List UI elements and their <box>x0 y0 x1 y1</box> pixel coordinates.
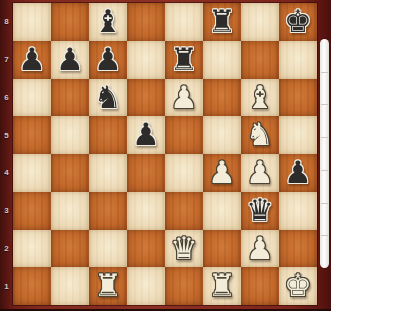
square-e2[interactable]: ♛ <box>165 230 203 268</box>
square-f6[interactable] <box>203 79 241 117</box>
square-c4[interactable] <box>89 154 127 192</box>
square-a7[interactable]: ♟ <box>13 41 51 79</box>
square-d6[interactable] <box>127 79 165 117</box>
square-a2[interactable] <box>13 230 51 268</box>
scrollbar[interactable] <box>320 39 329 268</box>
square-g1[interactable] <box>241 267 279 305</box>
rank-label-5: 5 <box>0 116 13 154</box>
square-b6[interactable] <box>51 79 89 117</box>
square-f2[interactable] <box>203 230 241 268</box>
piece-white-knight-g5[interactable]: ♞ <box>246 116 274 154</box>
square-f3[interactable] <box>203 192 241 230</box>
square-f4[interactable]: ♟ <box>203 154 241 192</box>
square-c1[interactable]: ♜ <box>89 267 127 305</box>
square-g8[interactable] <box>241 3 279 41</box>
scrollbar-tick <box>321 104 328 105</box>
square-b7[interactable]: ♟ <box>51 41 89 79</box>
square-h8[interactable]: ♚ <box>279 3 317 41</box>
piece-black-pawn-d5[interactable]: ♟ <box>132 116 160 154</box>
square-e7[interactable]: ♜ <box>165 41 203 79</box>
square-g4[interactable]: ♟ <box>241 154 279 192</box>
piece-white-pawn-g2[interactable]: ♟ <box>246 230 274 268</box>
square-e8[interactable] <box>165 3 203 41</box>
piece-white-pawn-f4[interactable]: ♟ <box>208 154 236 192</box>
square-c7[interactable]: ♟ <box>89 41 127 79</box>
square-e1[interactable] <box>165 267 203 305</box>
square-b8[interactable] <box>51 3 89 41</box>
square-f8[interactable]: ♜ <box>203 3 241 41</box>
chess-board[interactable]: ♝♜♚♟♟♟♜♞♟♝♟♞♟♟♟♛♛♟♜♜♚ <box>13 3 317 305</box>
square-h1[interactable]: ♚ <box>279 267 317 305</box>
square-h3[interactable] <box>279 192 317 230</box>
square-a4[interactable] <box>13 154 51 192</box>
square-c2[interactable] <box>89 230 127 268</box>
square-c8[interactable]: ♝ <box>89 3 127 41</box>
square-e6[interactable]: ♟ <box>165 79 203 117</box>
square-g2[interactable]: ♟ <box>241 230 279 268</box>
square-h4[interactable]: ♟ <box>279 154 317 192</box>
piece-black-rook-f8[interactable]: ♜ <box>208 3 236 41</box>
square-g6[interactable]: ♝ <box>241 79 279 117</box>
square-f1[interactable]: ♜ <box>203 267 241 305</box>
square-d7[interactable] <box>127 41 165 79</box>
rank-label-1: 1 <box>0 267 13 305</box>
square-a3[interactable] <box>13 192 51 230</box>
scrollbar-tick <box>321 137 328 138</box>
square-a5[interactable] <box>13 116 51 154</box>
piece-black-king-h8[interactable]: ♚ <box>284 3 312 41</box>
square-f7[interactable] <box>203 41 241 79</box>
piece-black-rook-e7[interactable]: ♜ <box>170 41 198 79</box>
square-e5[interactable] <box>165 116 203 154</box>
piece-white-pawn-e6[interactable]: ♟ <box>170 79 198 117</box>
piece-black-bishop-c8[interactable]: ♝ <box>94 3 122 41</box>
square-h2[interactable] <box>279 230 317 268</box>
square-d5[interactable]: ♟ <box>127 116 165 154</box>
scrollbar-tick <box>321 203 328 204</box>
piece-black-pawn-h4[interactable]: ♟ <box>284 154 312 192</box>
square-d2[interactable] <box>127 230 165 268</box>
rank-label-6: 6 <box>0 79 13 117</box>
square-h6[interactable] <box>279 79 317 117</box>
piece-white-bishop-g6[interactable]: ♝ <box>246 79 274 117</box>
piece-white-queen-e2[interactable]: ♛ <box>170 230 198 268</box>
scrollbar-tick <box>321 235 328 236</box>
piece-black-queen-g3[interactable]: ♛ <box>246 192 274 230</box>
square-g5[interactable]: ♞ <box>241 116 279 154</box>
square-b2[interactable] <box>51 230 89 268</box>
square-b5[interactable] <box>51 116 89 154</box>
square-e4[interactable] <box>165 154 203 192</box>
rank-label-2: 2 <box>0 230 13 268</box>
square-c6[interactable]: ♞ <box>89 79 127 117</box>
square-d1[interactable] <box>127 267 165 305</box>
square-g7[interactable] <box>241 41 279 79</box>
scrollbar-tick <box>321 72 328 73</box>
piece-white-rook-c1[interactable]: ♜ <box>94 267 122 305</box>
square-d8[interactable] <box>127 3 165 41</box>
piece-black-pawn-c7[interactable]: ♟ <box>94 41 122 79</box>
square-h7[interactable] <box>279 41 317 79</box>
rank-label-8: 8 <box>0 3 13 41</box>
piece-black-pawn-b7[interactable]: ♟ <box>56 41 84 79</box>
rank-label-strip: 87654321 <box>0 3 13 305</box>
square-a6[interactable] <box>13 79 51 117</box>
scrollbar-tick <box>321 170 328 171</box>
square-e3[interactable] <box>165 192 203 230</box>
square-b4[interactable] <box>51 154 89 192</box>
square-a1[interactable] <box>13 267 51 305</box>
piece-white-king-h1[interactable]: ♚ <box>284 267 312 305</box>
rank-label-4: 4 <box>0 154 13 192</box>
chess-board-window: 87654321 ♝♜♚♟♟♟♜♞♟♝♟♞♟♟♟♛♛♟♜♜♚ <box>0 0 331 311</box>
square-c5[interactable] <box>89 116 127 154</box>
square-h5[interactable] <box>279 116 317 154</box>
square-f5[interactable] <box>203 116 241 154</box>
square-d4[interactable] <box>127 154 165 192</box>
square-b3[interactable] <box>51 192 89 230</box>
piece-black-knight-c6[interactable]: ♞ <box>94 79 122 117</box>
square-b1[interactable] <box>51 267 89 305</box>
piece-white-rook-f1[interactable]: ♜ <box>208 267 236 305</box>
square-c3[interactable] <box>89 192 127 230</box>
piece-white-pawn-g4[interactable]: ♟ <box>246 154 274 192</box>
square-a8[interactable] <box>13 3 51 41</box>
rank-label-3: 3 <box>0 192 13 230</box>
piece-black-pawn-a7[interactable]: ♟ <box>18 41 46 79</box>
rank-label-7: 7 <box>0 41 13 79</box>
square-g3[interactable]: ♛ <box>241 192 279 230</box>
square-d3[interactable] <box>127 192 165 230</box>
